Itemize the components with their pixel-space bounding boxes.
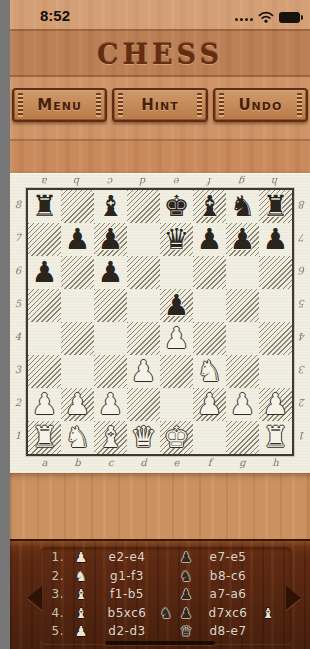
piece-white-knight: ♞ [197,355,223,388]
rank-labels-right: 87654321 [294,188,310,456]
button-trim-icon [297,93,302,117]
signal-dot [235,18,238,21]
wifi-icon [258,11,274,23]
button-trim-icon [96,93,101,117]
square-b2[interactable]: ♟ [61,388,94,421]
square-h7[interactable]: ♟ [259,223,292,256]
square-d1[interactable]: ♛ [127,421,160,454]
move-list-panel: 1.♟e2-e4♟e7-e52.♞g1-f3♞b8-c63.♝f1-b5♟a7-… [10,539,310,649]
piece-black-king: ♚ [164,190,190,223]
square-f6[interactable] [193,256,226,289]
piece-black-rook: ♜ [263,190,289,223]
square-h2[interactable]: ♟ [259,388,292,421]
move-list-scrollbar[interactable] [105,641,215,645]
menu-button-label: Menu [37,96,82,114]
rank-labels-left: 87654321 [10,188,26,456]
black-move-text: b8-c6 [198,569,258,583]
signal-dot [240,18,243,21]
menu-button[interactable]: Menu [12,88,107,122]
piece-white-pawn: ♟ [164,322,190,355]
piece-black-bishop: ♝ [98,190,124,223]
square-d7[interactable] [127,223,160,256]
square-h4[interactable] [259,322,292,355]
move-number: 2. [40,569,66,583]
undo-button-label: Undo [238,96,282,114]
piece-white-pawn: ♟ [65,388,91,421]
square-h3[interactable] [259,355,292,388]
piece-white-pawn: ♟ [197,388,223,421]
move-row: 1.♟e2-e4♟e7-e5 [10,548,310,567]
move-piece-icon: ♟ [174,585,198,603]
move-piece-icon: ♟ [174,548,198,566]
piece-white-bishop: ♝ [98,421,124,454]
status-icons [235,11,300,23]
square-c4[interactable] [94,322,127,355]
move-piece-icon: ♞ [66,567,96,585]
undo-button[interactable]: Undo [213,88,308,122]
square-a7[interactable] [28,223,61,256]
move-number: 1. [40,550,66,564]
file-labels-bottom: abcdefgh [28,456,292,470]
piece-black-queen: ♛ [164,223,190,256]
square-e6[interactable] [160,256,193,289]
clock: 8:52 [40,7,70,24]
square-h6[interactable] [259,256,292,289]
file-label: g [239,175,245,188]
file-labels-top: abcdefgh [28,175,292,188]
square-g6[interactable] [226,256,259,289]
piece-black-knight: ♞ [230,190,256,223]
square-b5[interactable] [61,289,94,322]
square-a4[interactable] [28,322,61,355]
square-c2[interactable]: ♟ [94,388,127,421]
square-e1[interactable]: ♚ [160,421,193,454]
captured-piece-icon: ♝ [258,604,278,622]
rank-label: 2 [15,397,21,408]
rank-label: 1 [15,430,21,441]
piece-white-king: ♚ [164,421,190,454]
square-e7[interactable]: ♛ [160,223,193,256]
move-number: 4. [40,606,66,620]
rank-label: 8 [15,199,21,210]
square-e3[interactable] [160,355,193,388]
piece-black-pawn: ♟ [197,223,223,256]
black-move-text: d8-e7 [198,624,258,638]
file-label: b [74,175,80,188]
board-frame: ♜♝♚♝♞♜♟♟♛♟♟♟♟♟♟♟♟♞♟♟♟♟♟♟♜♞♝♛♚♜ [26,188,294,456]
square-a6[interactable]: ♟ [28,256,61,289]
white-move-text: d2-d3 [96,624,158,638]
square-f5[interactable] [193,289,226,322]
piece-black-pawn: ♟ [98,223,124,256]
white-move-text: g1-f3 [96,569,158,583]
square-a2[interactable]: ♟ [28,388,61,421]
toolbar: Menu Hint Undo [12,88,308,122]
square-h8[interactable]: ♜ [259,190,292,223]
square-g1[interactable] [226,421,259,454]
file-label: f [208,456,212,470]
file-label: h [272,456,278,470]
square-a3[interactable] [28,355,61,388]
rank-label: 7 [15,232,21,243]
hint-button[interactable]: Hint [112,88,207,122]
square-g3[interactable] [226,355,259,388]
move-piece-icon: ♝ [66,604,96,622]
rank-label: 7 [299,232,305,243]
rank-label: 5 [15,298,21,309]
move-piece-icon: ♞ [174,567,198,585]
rank-label: 3 [299,364,305,375]
white-move-text: f1-b5 [96,587,158,601]
piece-white-knight: ♞ [65,421,91,454]
move-row: 4.♝b5xc6♞♟d7xc6♝ [10,604,310,623]
square-a5[interactable] [28,289,61,322]
rank-label: 4 [15,331,21,342]
black-move-text: e7-e5 [198,550,258,564]
square-f3[interactable]: ♞ [193,355,226,388]
rank-label: 5 [299,298,305,309]
rank-label: 6 [299,265,305,276]
piece-black-pawn: ♟ [164,289,190,322]
square-f2[interactable]: ♟ [193,388,226,421]
square-f8[interactable]: ♝ [193,190,226,223]
piece-white-rook: ♜ [263,421,289,454]
cellular-signal-icon [235,13,253,21]
piece-black-pawn: ♟ [65,223,91,256]
square-g8[interactable]: ♞ [226,190,259,223]
file-label: e [174,456,180,470]
square-a8[interactable]: ♜ [28,190,61,223]
rank-label: 2 [299,397,305,408]
square-d2[interactable] [127,388,160,421]
file-label: a [42,456,48,470]
square-d3[interactable]: ♟ [127,355,160,388]
square-d4[interactable] [127,322,160,355]
move-row: 3.♝f1-b5♟a7-a6 [10,585,310,604]
square-c1[interactable]: ♝ [94,421,127,454]
app-screen: 8:52 CHESS Menu Hint [10,0,310,649]
rank-label: 6 [15,265,21,276]
square-g5[interactable] [226,289,259,322]
square-c6[interactable]: ♟ [94,256,127,289]
captured-piece-icon: ♞ [158,604,174,622]
square-b7[interactable]: ♟ [61,223,94,256]
piece-black-pawn: ♟ [263,223,289,256]
square-g2[interactable]: ♟ [226,388,259,421]
square-e8[interactable]: ♚ [160,190,193,223]
white-move-text: b5xc6 [96,606,158,620]
button-trim-icon [118,93,123,117]
move-piece-icon: ♝ [66,585,96,603]
square-c5[interactable] [94,289,127,322]
square-b8[interactable] [61,190,94,223]
file-label: c [108,456,114,470]
square-h1[interactable]: ♜ [259,421,292,454]
square-f7[interactable]: ♟ [193,223,226,256]
file-label: g [239,456,245,470]
file-label: c [108,175,114,188]
signal-dot [245,18,248,21]
piece-white-pawn: ♟ [230,388,256,421]
square-g4[interactable] [226,322,259,355]
piece-white-queen: ♛ [131,421,157,454]
piece-black-pawn: ♟ [32,256,58,289]
file-label: e [174,175,180,188]
square-c3[interactable] [94,355,127,388]
square-f1[interactable] [193,421,226,454]
rank-label: 1 [299,430,305,441]
square-e5[interactable]: ♟ [160,289,193,322]
board-paper: abcdefgh 87654321 ♜♝♚♝♞♜♟♟♛♟♟♟♟♟♟♟♟♞♟♟♟♟… [10,173,310,473]
square-e2[interactable] [160,388,193,421]
white-move-text: e2-e4 [96,550,158,564]
square-c7[interactable]: ♟ [94,223,127,256]
button-trim-icon [197,93,202,117]
piece-white-pawn: ♟ [98,388,124,421]
piece-black-pawn: ♟ [98,256,124,289]
square-b4[interactable] [61,322,94,355]
wood-divider [10,473,310,539]
piece-white-pawn: ♟ [263,388,289,421]
piece-black-rook: ♜ [32,190,58,223]
black-move-text: a7-a6 [198,587,258,601]
piece-white-pawn: ♟ [32,388,58,421]
piece-black-pawn: ♟ [230,223,256,256]
square-b1[interactable]: ♞ [61,421,94,454]
battery-icon [279,12,300,23]
move-row: 2.♞g1-f3♞b8-c6 [10,567,310,586]
move-piece-icon: ♛ [174,622,198,640]
square-d8[interactable] [127,190,160,223]
page-title: CHESS [10,31,310,76]
move-row: 5.♟d2-d3♛d8-e7 [10,622,310,641]
status-bar: 8:52 [10,0,310,30]
square-a1[interactable]: ♜ [28,421,61,454]
black-move-text: d7xc6 [198,606,258,620]
square-h5[interactable] [259,289,292,322]
move-list: 1.♟e2-e4♟e7-e52.♞g1-f3♞b8-c63.♝f1-b5♟a7-… [10,548,310,641]
piece-white-rook: ♜ [32,421,58,454]
piece-black-bishop: ♝ [197,190,223,223]
board-grid: ♜♝♚♝♞♜♟♟♛♟♟♟♟♟♟♟♟♞♟♟♟♟♟♟♜♞♝♛♚♜ [28,190,292,454]
square-d6[interactable] [127,256,160,289]
file-label: a [42,175,48,188]
file-label: b [74,456,80,470]
square-f4[interactable] [193,322,226,355]
move-number: 3. [40,587,66,601]
file-label: d [140,175,146,188]
hint-button-label: Hint [141,96,178,114]
file-label: d [140,456,146,470]
rank-label: 3 [15,364,21,375]
file-label: h [272,175,278,188]
square-b6[interactable] [61,256,94,289]
move-piece-icon: ♟ [66,622,96,640]
square-g7[interactable]: ♟ [226,223,259,256]
square-c8[interactable]: ♝ [94,190,127,223]
move-piece-icon: ♟ [66,548,96,566]
rank-label: 8 [299,199,305,210]
square-e4[interactable]: ♟ [160,322,193,355]
square-b3[interactable] [61,355,94,388]
signal-dot [250,18,253,21]
file-label: f [208,175,212,188]
piece-white-pawn: ♟ [131,355,157,388]
button-trim-icon [219,93,224,117]
rank-label: 4 [299,331,305,342]
button-trim-icon [18,93,23,117]
move-piece-icon: ♟ [174,604,198,622]
square-d5[interactable] [127,289,160,322]
move-number: 5. [40,624,66,638]
